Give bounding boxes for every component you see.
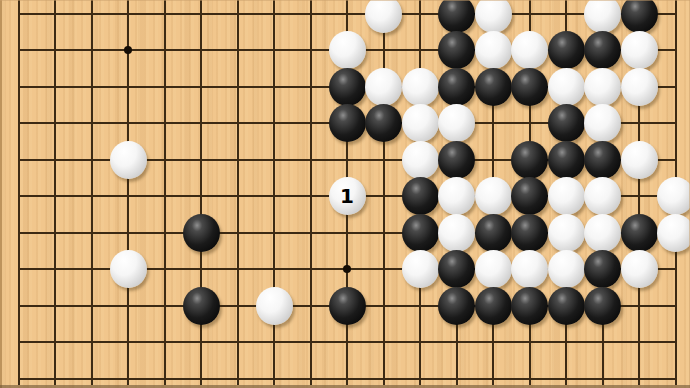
stone-black — [475, 214, 512, 252]
stone-white — [256, 287, 293, 325]
stone-white — [584, 0, 621, 33]
grid-hline-10 — [18, 378, 677, 380]
stone-black — [438, 141, 475, 179]
grid-hline-0 — [18, 13, 677, 15]
stone-white — [329, 31, 366, 69]
stone-black — [329, 287, 366, 325]
stone-white — [584, 104, 621, 142]
stone-black — [438, 250, 475, 288]
stone-black — [438, 68, 475, 106]
stone-black — [511, 141, 548, 179]
stone-black — [329, 68, 366, 106]
stone-black — [365, 104, 402, 142]
stone-white-move-1: 1 — [329, 177, 366, 215]
kifu-screenshot: 1 — [0, 0, 690, 388]
stone-black — [511, 177, 548, 215]
stone-black — [584, 250, 621, 288]
stone-white — [402, 68, 439, 106]
stone-black — [621, 214, 658, 252]
grid-vline-5 — [200, 0, 202, 385]
stone-black — [548, 287, 585, 325]
stone-black — [402, 177, 439, 215]
stone-white — [548, 68, 585, 106]
stone-white — [621, 68, 658, 106]
stone-white — [475, 31, 512, 69]
stone-black — [584, 31, 621, 69]
stone-black — [475, 287, 512, 325]
stone-black — [438, 287, 475, 325]
stone-white — [110, 141, 147, 179]
grid-vline-8 — [310, 0, 312, 385]
grid-hline-9 — [18, 341, 677, 343]
stone-black — [511, 68, 548, 106]
stone-black — [402, 214, 439, 252]
stone-white — [511, 250, 548, 288]
stone-white — [402, 104, 439, 142]
stone-white — [402, 141, 439, 179]
stone-black — [511, 287, 548, 325]
stone-black — [584, 287, 621, 325]
stone-white — [365, 0, 402, 33]
grid-vline-0 — [18, 0, 20, 385]
stone-white — [548, 177, 585, 215]
stone-white — [621, 31, 658, 69]
stone-black — [329, 104, 366, 142]
grid-vline-2 — [91, 0, 93, 385]
stone-white — [438, 104, 475, 142]
stone-white — [365, 68, 402, 106]
stone-white — [402, 250, 439, 288]
grid-vline-10 — [383, 0, 385, 385]
grid-vline-7 — [273, 0, 275, 385]
move-number-label: 1 — [329, 177, 366, 215]
stone-white — [110, 250, 147, 288]
go-board: 1 — [0, 0, 690, 388]
stone-white — [657, 177, 690, 215]
stone-white — [438, 214, 475, 252]
stone-white — [584, 177, 621, 215]
stone-black — [183, 214, 220, 252]
stone-black — [548, 141, 585, 179]
grid-vline-6 — [237, 0, 239, 385]
stone-black — [548, 31, 585, 69]
stone-white — [548, 214, 585, 252]
stone-black — [475, 68, 512, 106]
grid-vline-4 — [164, 0, 166, 385]
star-point — [124, 46, 132, 54]
star-point — [343, 265, 351, 273]
grid-vline-3 — [127, 0, 129, 385]
stone-white — [584, 214, 621, 252]
stone-white — [584, 68, 621, 106]
stone-black — [511, 214, 548, 252]
stone-black — [438, 0, 475, 33]
stone-white — [621, 141, 658, 179]
stone-white — [621, 250, 658, 288]
board-edge-left — [0, 0, 2, 388]
stone-white — [475, 0, 512, 33]
stone-white — [438, 177, 475, 215]
board-edge-top — [0, 0, 690, 1]
stone-black — [548, 104, 585, 142]
stone-white — [548, 250, 585, 288]
stone-black — [438, 31, 475, 69]
stone-white — [475, 177, 512, 215]
stone-black — [183, 287, 220, 325]
stone-white — [475, 250, 512, 288]
stone-white — [511, 31, 548, 69]
stone-black — [621, 0, 658, 33]
stone-white — [657, 214, 690, 252]
stone-black — [584, 141, 621, 179]
grid-vline-1 — [54, 0, 56, 385]
